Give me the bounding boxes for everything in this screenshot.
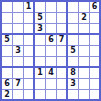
cell-r8c3[interactable] — [24, 79, 33, 89]
cell-r2c7[interactable] — [68, 13, 78, 23]
cell-r4c5[interactable]: 6 — [46, 35, 56, 45]
cell-r5c2[interactable]: 3 — [13, 46, 23, 56]
cell-r2c5[interactable] — [46, 13, 56, 23]
cell-r2c8[interactable]: 2 — [79, 13, 89, 23]
cell-r8c5[interactable] — [46, 79, 56, 89]
cell-r9c5[interactable] — [46, 90, 56, 99]
cell-r7c8[interactable] — [79, 68, 89, 78]
cell-r1c4[interactable] — [35, 2, 45, 12]
cell-r1c8[interactable] — [79, 2, 89, 12]
cell-r7c1[interactable] — [2, 68, 12, 78]
cell-r4c4[interactable] — [35, 35, 45, 45]
cell-r9c6[interactable] — [57, 90, 66, 99]
cell-r4c8[interactable] — [79, 35, 89, 45]
cell-r6c1[interactable] — [2, 57, 12, 66]
cell-r1c2[interactable] — [13, 2, 23, 12]
cell-r1c7[interactable] — [68, 2, 78, 12]
cell-r6c7[interactable] — [68, 57, 78, 66]
cell-r2c6[interactable] — [57, 13, 66, 23]
cell-r8c7[interactable]: 3 — [68, 79, 78, 89]
cell-r7c6[interactable] — [57, 68, 66, 78]
cell-r3c1[interactable] — [2, 24, 12, 33]
cell-r7c4[interactable]: 1 — [35, 68, 45, 78]
cell-r6c8[interactable] — [79, 57, 89, 66]
cell-r5c4[interactable] — [35, 46, 45, 56]
cell-r1c5[interactable] — [46, 2, 56, 12]
cell-r7c3[interactable] — [24, 68, 33, 78]
cell-r6c5[interactable] — [46, 57, 56, 66]
cell-r2c2[interactable] — [13, 13, 23, 23]
cell-r8c6[interactable] — [57, 79, 66, 89]
cell-r3c7[interactable] — [68, 24, 78, 33]
cell-r9c4[interactable] — [35, 90, 45, 99]
cell-r8c2[interactable]: 7 — [13, 79, 23, 89]
cell-r7c9[interactable] — [90, 68, 99, 78]
cell-r1c9[interactable]: 6 — [90, 2, 99, 12]
cell-r2c9[interactable] — [90, 13, 99, 23]
cell-r6c3[interactable] — [24, 57, 33, 66]
cell-r4c2[interactable] — [13, 35, 23, 45]
cell-r3c8[interactable] — [79, 24, 89, 33]
cell-r3c2[interactable] — [13, 24, 23, 33]
cell-r8c8[interactable] — [79, 79, 89, 89]
cell-r9c8[interactable] — [79, 90, 89, 99]
cell-r3c6[interactable] — [57, 24, 66, 33]
cell-r5c5[interactable] — [46, 46, 56, 56]
cell-r5c3[interactable] — [24, 46, 33, 56]
cell-r6c4[interactable] — [35, 57, 45, 66]
cell-r9c9[interactable] — [90, 90, 99, 99]
cell-r2c3[interactable] — [24, 13, 33, 23]
cell-r7c5[interactable]: 4 — [46, 68, 56, 78]
cell-r1c6[interactable] — [57, 2, 66, 12]
cell-r3c5[interactable] — [46, 24, 56, 33]
cell-r5c9[interactable] — [90, 46, 99, 56]
cell-r4c7[interactable] — [68, 35, 78, 45]
cell-r5c1[interactable] — [2, 46, 12, 56]
cell-r2c1[interactable] — [2, 13, 12, 23]
cell-r1c1[interactable] — [2, 2, 12, 12]
cell-r3c3[interactable] — [24, 24, 33, 33]
sudoku-grid: 16523567351486732 — [2, 2, 99, 99]
cell-r1c3[interactable]: 1 — [24, 2, 33, 12]
cell-r4c3[interactable] — [24, 35, 33, 45]
cell-r5c6[interactable] — [57, 46, 66, 56]
cell-r5c8[interactable] — [79, 46, 89, 56]
cell-r2c4[interactable]: 5 — [35, 13, 45, 23]
cell-r7c7[interactable]: 8 — [68, 68, 78, 78]
cell-r6c2[interactable] — [13, 57, 23, 66]
cell-r3c4[interactable]: 3 — [35, 24, 45, 33]
cell-r4c6[interactable]: 7 — [57, 35, 66, 45]
cell-r9c1[interactable]: 2 — [2, 90, 12, 99]
cell-r8c9[interactable] — [90, 79, 99, 89]
cell-r6c6[interactable] — [57, 57, 66, 66]
cell-r8c4[interactable] — [35, 79, 45, 89]
cell-r5c7[interactable]: 5 — [68, 46, 78, 56]
cell-r9c3[interactable] — [24, 90, 33, 99]
cell-r7c2[interactable] — [13, 68, 23, 78]
cell-r9c7[interactable] — [68, 90, 78, 99]
cell-r3c9[interactable] — [90, 24, 99, 33]
cell-r6c9[interactable] — [90, 57, 99, 66]
cell-r4c1[interactable]: 5 — [2, 35, 12, 45]
cell-r8c1[interactable]: 6 — [2, 79, 12, 89]
sudoku-board: 16523567351486732 — [0, 0, 101, 101]
cell-r4c9[interactable] — [90, 35, 99, 45]
cell-r9c2[interactable] — [13, 90, 23, 99]
